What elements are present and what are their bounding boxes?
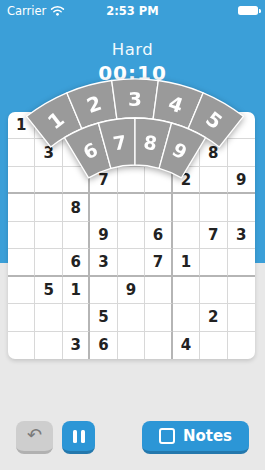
cell-r7c7[interactable] <box>173 277 200 304</box>
cell-r6c5[interactable] <box>118 249 145 276</box>
fan-number-3: 3 <box>128 87 142 111</box>
cell-r7c3[interactable]: 1 <box>63 277 90 304</box>
cell-r7c4[interactable] <box>90 277 117 304</box>
undo-icon: ↶ <box>27 426 42 444</box>
cell-r8c8[interactable]: 2 <box>200 304 227 331</box>
cell-r9c3[interactable]: 3 <box>63 332 90 359</box>
cell-r9c7[interactable]: 4 <box>173 332 200 359</box>
cell-r9c2[interactable] <box>35 332 62 359</box>
cell-r5c3[interactable] <box>63 222 90 249</box>
cell-r7c8[interactable] <box>200 277 227 304</box>
cell-r7c9[interactable] <box>228 277 255 304</box>
cell-r9c8[interactable] <box>200 332 227 359</box>
cell-r9c9[interactable] <box>228 332 255 359</box>
cell-r8c9[interactable] <box>228 304 255 331</box>
cell-r5c1[interactable] <box>8 222 35 249</box>
sudoku-app-screen: Carrier 2:53 PM Hard 00:10 1387298967363… <box>0 0 265 470</box>
cell-r9c1[interactable] <box>8 332 35 359</box>
cell-r6c7[interactable]: 1 <box>173 249 200 276</box>
number-picker-fan: 1 2 3 4 5 6 7 8 9 <box>0 0 265 200</box>
cell-r6c2[interactable] <box>35 249 62 276</box>
cell-r9c6[interactable] <box>145 332 172 359</box>
undo-button[interactable]: ↶ <box>16 421 53 454</box>
cell-r6c6[interactable]: 7 <box>145 249 172 276</box>
notes-button[interactable]: Notes <box>142 421 249 454</box>
cell-r8c5[interactable] <box>118 304 145 331</box>
cell-r7c2[interactable]: 5 <box>35 277 62 304</box>
cell-r5c6[interactable]: 6 <box>145 222 172 249</box>
cell-r5c8[interactable]: 7 <box>200 222 227 249</box>
checkbox-icon <box>159 428 175 444</box>
cell-r6c3[interactable]: 6 <box>63 249 90 276</box>
cell-r9c4[interactable]: 6 <box>90 332 117 359</box>
cell-r8c3[interactable] <box>63 304 90 331</box>
cell-r9c5[interactable] <box>118 332 145 359</box>
cell-r5c7[interactable] <box>173 222 200 249</box>
cell-r6c8[interactable] <box>200 249 227 276</box>
cell-r5c9[interactable]: 3 <box>228 222 255 249</box>
cell-r8c1[interactable] <box>8 304 35 331</box>
cell-r7c1[interactable] <box>8 277 35 304</box>
cell-r6c9[interactable] <box>228 249 255 276</box>
cell-r6c1[interactable] <box>8 249 35 276</box>
notes-button-label: Notes <box>183 427 232 445</box>
cell-r8c2[interactable] <box>35 304 62 331</box>
cell-r7c6[interactable] <box>145 277 172 304</box>
cell-r5c2[interactable] <box>35 222 62 249</box>
cell-r8c4[interactable]: 5 <box>90 304 117 331</box>
cell-r8c6[interactable] <box>145 304 172 331</box>
cell-r6c4[interactable]: 3 <box>90 249 117 276</box>
cell-r7c5[interactable]: 9 <box>118 277 145 304</box>
cell-r8c7[interactable] <box>173 304 200 331</box>
cell-r5c5[interactable] <box>118 222 145 249</box>
pause-icon <box>73 430 85 443</box>
pause-button[interactable] <box>62 421 95 454</box>
bottom-toolbar: ↶ Notes <box>0 421 265 454</box>
cell-r5c4[interactable]: 9 <box>90 222 117 249</box>
